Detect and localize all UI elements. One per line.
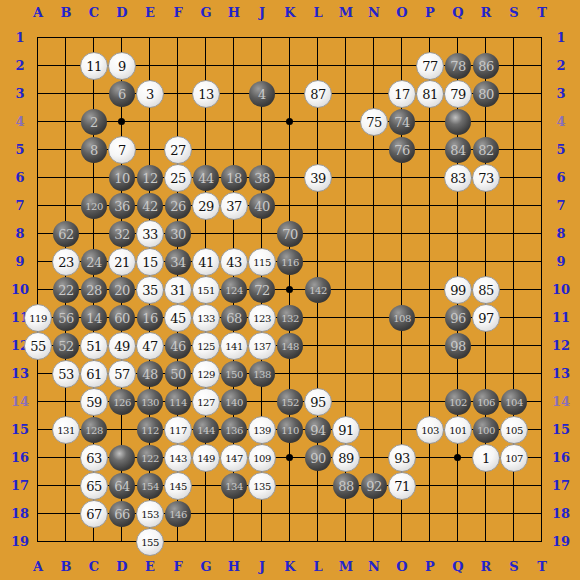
board-point-A13[interactable]: [24, 360, 52, 388]
board-point-E4[interactable]: [136, 108, 164, 136]
board-point-D18[interactable]: 66: [108, 500, 136, 528]
board-point-N11[interactable]: [360, 304, 388, 332]
board-point-J3[interactable]: 4: [248, 80, 276, 108]
board-point-O12[interactable]: [388, 332, 416, 360]
board-point-D9[interactable]: 21: [108, 248, 136, 276]
board-point-M9[interactable]: [332, 248, 360, 276]
board-point-T12[interactable]: [528, 332, 556, 360]
board-point-G10[interactable]: 151: [192, 276, 220, 304]
board-point-A17[interactable]: [24, 472, 52, 500]
board-point-L17[interactable]: [304, 472, 332, 500]
board-point-A15[interactable]: [24, 416, 52, 444]
board-point-P10[interactable]: [416, 276, 444, 304]
board-point-H14[interactable]: 140: [220, 388, 248, 416]
board-point-L8[interactable]: [304, 220, 332, 248]
board-point-R11[interactable]: 97: [472, 304, 500, 332]
board-point-L2[interactable]: [304, 52, 332, 80]
board-point-H16[interactable]: 147: [220, 444, 248, 472]
board-point-B19[interactable]: [52, 528, 80, 556]
board-point-J14[interactable]: [248, 388, 276, 416]
board-point-S5[interactable]: [500, 136, 528, 164]
board-point-D5[interactable]: 7: [108, 136, 136, 164]
board-point-T7[interactable]: [528, 192, 556, 220]
board-point-O2[interactable]: [388, 52, 416, 80]
board-point-S17[interactable]: [500, 472, 528, 500]
board-point-T1[interactable]: [528, 24, 556, 52]
board-point-E16[interactable]: 122: [136, 444, 164, 472]
board-point-D14[interactable]: 126: [108, 388, 136, 416]
board-point-H7[interactable]: 37: [220, 192, 248, 220]
board-point-J12[interactable]: 137: [248, 332, 276, 360]
board-point-N8[interactable]: [360, 220, 388, 248]
board-point-S1[interactable]: [500, 24, 528, 52]
board-point-J17[interactable]: 135: [248, 472, 276, 500]
board-point-O17[interactable]: 71: [388, 472, 416, 500]
board-point-K6[interactable]: [276, 164, 304, 192]
board-point-T18[interactable]: [528, 500, 556, 528]
board-point-N1[interactable]: [360, 24, 388, 52]
board-point-G2[interactable]: [192, 52, 220, 80]
board-point-F16[interactable]: 143: [164, 444, 192, 472]
board-point-S11[interactable]: [500, 304, 528, 332]
board-point-Q14[interactable]: 102: [444, 388, 472, 416]
board-point-M4[interactable]: [332, 108, 360, 136]
board-point-J2[interactable]: [248, 52, 276, 80]
board-point-G8[interactable]: [192, 220, 220, 248]
board-point-R6[interactable]: 73: [472, 164, 500, 192]
board-point-M14[interactable]: [332, 388, 360, 416]
board-point-G15[interactable]: 144: [192, 416, 220, 444]
board-point-J11[interactable]: 123: [248, 304, 276, 332]
board-point-K4[interactable]: [276, 108, 304, 136]
board-point-T9[interactable]: [528, 248, 556, 276]
board-point-N12[interactable]: [360, 332, 388, 360]
board-point-G6[interactable]: 44: [192, 164, 220, 192]
board-point-E6[interactable]: 12: [136, 164, 164, 192]
board-point-R18[interactable]: [472, 500, 500, 528]
board-point-B8[interactable]: 62: [52, 220, 80, 248]
board-point-O19[interactable]: [388, 528, 416, 556]
board-point-S10[interactable]: [500, 276, 528, 304]
board-point-S15[interactable]: 105: [500, 416, 528, 444]
board-point-D19[interactable]: [108, 528, 136, 556]
board-point-K7[interactable]: [276, 192, 304, 220]
board-point-Q1[interactable]: [444, 24, 472, 52]
board-point-G7[interactable]: 29: [192, 192, 220, 220]
board-point-D7[interactable]: 36: [108, 192, 136, 220]
board-point-L5[interactable]: [304, 136, 332, 164]
board-point-K18[interactable]: [276, 500, 304, 528]
board-point-L11[interactable]: [304, 304, 332, 332]
board-point-D2[interactable]: 9: [108, 52, 136, 80]
board-point-O7[interactable]: [388, 192, 416, 220]
board-point-K11[interactable]: 132: [276, 304, 304, 332]
board-point-E17[interactable]: 154: [136, 472, 164, 500]
board-point-L14[interactable]: 95: [304, 388, 332, 416]
board-point-J18[interactable]: [248, 500, 276, 528]
board-point-R4[interactable]: [472, 108, 500, 136]
board-point-H12[interactable]: 141: [220, 332, 248, 360]
board-point-P4[interactable]: [416, 108, 444, 136]
board-point-L9[interactable]: [304, 248, 332, 276]
board-point-C17[interactable]: 65: [80, 472, 108, 500]
board-point-O9[interactable]: [388, 248, 416, 276]
board-point-T3[interactable]: [528, 80, 556, 108]
board-point-L12[interactable]: [304, 332, 332, 360]
board-point-S18[interactable]: [500, 500, 528, 528]
board-point-T10[interactable]: [528, 276, 556, 304]
board-point-C19[interactable]: [80, 528, 108, 556]
board-point-P18[interactable]: [416, 500, 444, 528]
board-point-K2[interactable]: [276, 52, 304, 80]
board-point-H3[interactable]: [220, 80, 248, 108]
board-point-J10[interactable]: 72: [248, 276, 276, 304]
board-point-Q10[interactable]: 99: [444, 276, 472, 304]
board-point-J16[interactable]: 109: [248, 444, 276, 472]
board-point-N4[interactable]: 75: [360, 108, 388, 136]
board-point-T17[interactable]: [528, 472, 556, 500]
board-point-J9[interactable]: 115: [248, 248, 276, 276]
board-point-A2[interactable]: [24, 52, 52, 80]
board-point-K10[interactable]: [276, 276, 304, 304]
board-point-B16[interactable]: [52, 444, 80, 472]
board-point-B2[interactable]: [52, 52, 80, 80]
board-point-E12[interactable]: 47: [136, 332, 164, 360]
board-point-M2[interactable]: [332, 52, 360, 80]
board-point-Q4[interactable]: [444, 108, 472, 136]
board-point-M16[interactable]: 89: [332, 444, 360, 472]
board-point-T13[interactable]: [528, 360, 556, 388]
board-point-S16[interactable]: 107: [500, 444, 528, 472]
board-point-O10[interactable]: [388, 276, 416, 304]
board-point-E19[interactable]: 155: [136, 528, 164, 556]
board-point-H13[interactable]: 150: [220, 360, 248, 388]
board-point-N6[interactable]: [360, 164, 388, 192]
board-point-D16[interactable]: [108, 444, 136, 472]
board-point-R16[interactable]: 1: [472, 444, 500, 472]
board-point-R15[interactable]: 100: [472, 416, 500, 444]
board-point-T6[interactable]: [528, 164, 556, 192]
board-point-R3[interactable]: 80: [472, 80, 500, 108]
board-point-L1[interactable]: [304, 24, 332, 52]
board-point-F11[interactable]: 45: [164, 304, 192, 332]
board-point-H17[interactable]: 134: [220, 472, 248, 500]
board-point-D12[interactable]: 49: [108, 332, 136, 360]
board-point-L15[interactable]: 94: [304, 416, 332, 444]
board-point-R7[interactable]: [472, 192, 500, 220]
board-point-S7[interactable]: [500, 192, 528, 220]
board-point-N19[interactable]: [360, 528, 388, 556]
board-point-E14[interactable]: 130: [136, 388, 164, 416]
board-point-A9[interactable]: [24, 248, 52, 276]
board-point-K14[interactable]: 152: [276, 388, 304, 416]
board-point-Q2[interactable]: 78: [444, 52, 472, 80]
board-point-G9[interactable]: 41: [192, 248, 220, 276]
board-point-H5[interactable]: [220, 136, 248, 164]
board-point-C5[interactable]: 8: [80, 136, 108, 164]
board-point-E11[interactable]: 16: [136, 304, 164, 332]
board-point-R9[interactable]: [472, 248, 500, 276]
board-point-Q9[interactable]: [444, 248, 472, 276]
board-point-Q19[interactable]: [444, 528, 472, 556]
board-point-C11[interactable]: 14: [80, 304, 108, 332]
board-point-L4[interactable]: [304, 108, 332, 136]
board-point-Q17[interactable]: [444, 472, 472, 500]
board-point-J8[interactable]: [248, 220, 276, 248]
board-point-Q16[interactable]: [444, 444, 472, 472]
board-point-A12[interactable]: 55: [24, 332, 52, 360]
board-point-A19[interactable]: [24, 528, 52, 556]
board-point-D6[interactable]: 10: [108, 164, 136, 192]
board-point-M12[interactable]: [332, 332, 360, 360]
board-point-C4[interactable]: 2: [80, 108, 108, 136]
board-point-S19[interactable]: [500, 528, 528, 556]
board-point-D1[interactable]: [108, 24, 136, 52]
board-point-K9[interactable]: 116: [276, 248, 304, 276]
board-point-Q13[interactable]: [444, 360, 472, 388]
board-point-L18[interactable]: [304, 500, 332, 528]
board-point-C2[interactable]: 11: [80, 52, 108, 80]
board-point-K13[interactable]: [276, 360, 304, 388]
board-point-H4[interactable]: [220, 108, 248, 136]
board-point-M17[interactable]: 88: [332, 472, 360, 500]
board-point-M18[interactable]: [332, 500, 360, 528]
board-point-C9[interactable]: 24: [80, 248, 108, 276]
board-point-G5[interactable]: [192, 136, 220, 164]
board-point-K3[interactable]: [276, 80, 304, 108]
board-point-O6[interactable]: [388, 164, 416, 192]
board-point-S3[interactable]: [500, 80, 528, 108]
board-point-Q3[interactable]: 79: [444, 80, 472, 108]
board-point-J13[interactable]: 138: [248, 360, 276, 388]
board-point-E10[interactable]: 35: [136, 276, 164, 304]
board-point-N13[interactable]: [360, 360, 388, 388]
board-point-H6[interactable]: 18: [220, 164, 248, 192]
board-point-F8[interactable]: 30: [164, 220, 192, 248]
board-point-D10[interactable]: 20: [108, 276, 136, 304]
board-point-M7[interactable]: [332, 192, 360, 220]
board-point-A11[interactable]: 119: [24, 304, 52, 332]
board-point-T8[interactable]: [528, 220, 556, 248]
board-point-A4[interactable]: [24, 108, 52, 136]
board-point-K15[interactable]: 110: [276, 416, 304, 444]
board-point-N14[interactable]: [360, 388, 388, 416]
board-point-A5[interactable]: [24, 136, 52, 164]
board-point-B18[interactable]: [52, 500, 80, 528]
board-point-S9[interactable]: [500, 248, 528, 276]
board-point-L13[interactable]: [304, 360, 332, 388]
board-point-N15[interactable]: [360, 416, 388, 444]
board-point-K8[interactable]: 70: [276, 220, 304, 248]
board-point-T16[interactable]: [528, 444, 556, 472]
board-point-O14[interactable]: [388, 388, 416, 416]
board-point-B3[interactable]: [52, 80, 80, 108]
board-point-H10[interactable]: 124: [220, 276, 248, 304]
board-point-P17[interactable]: [416, 472, 444, 500]
board-point-B17[interactable]: [52, 472, 80, 500]
board-point-S12[interactable]: [500, 332, 528, 360]
board-point-F6[interactable]: 25: [164, 164, 192, 192]
board-point-O16[interactable]: 93: [388, 444, 416, 472]
board-point-A16[interactable]: [24, 444, 52, 472]
board-point-C13[interactable]: 61: [80, 360, 108, 388]
board-point-M1[interactable]: [332, 24, 360, 52]
board-point-M6[interactable]: [332, 164, 360, 192]
board-point-A8[interactable]: [24, 220, 52, 248]
board-point-J15[interactable]: 139: [248, 416, 276, 444]
board-point-S13[interactable]: [500, 360, 528, 388]
board-point-R19[interactable]: [472, 528, 500, 556]
board-point-C6[interactable]: [80, 164, 108, 192]
board-point-P12[interactable]: [416, 332, 444, 360]
board-point-H8[interactable]: [220, 220, 248, 248]
board-point-C18[interactable]: 67: [80, 500, 108, 528]
board-point-J4[interactable]: [248, 108, 276, 136]
board-point-P2[interactable]: 77: [416, 52, 444, 80]
board-point-C15[interactable]: 128: [80, 416, 108, 444]
board-point-P5[interactable]: [416, 136, 444, 164]
board-point-E7[interactable]: 42: [136, 192, 164, 220]
board-point-B9[interactable]: 23: [52, 248, 80, 276]
board-point-F17[interactable]: 145: [164, 472, 192, 500]
board-point-N7[interactable]: [360, 192, 388, 220]
board-point-G18[interactable]: [192, 500, 220, 528]
board-point-M15[interactable]: 91: [332, 416, 360, 444]
board-point-B14[interactable]: [52, 388, 80, 416]
board-point-F5[interactable]: 27: [164, 136, 192, 164]
board-point-G3[interactable]: 13: [192, 80, 220, 108]
board-point-C3[interactable]: [80, 80, 108, 108]
board-point-J5[interactable]: [248, 136, 276, 164]
board-point-O15[interactable]: [388, 416, 416, 444]
board-point-D11[interactable]: 60: [108, 304, 136, 332]
board-point-H19[interactable]: [220, 528, 248, 556]
board-point-R14[interactable]: 106: [472, 388, 500, 416]
board-point-T19[interactable]: [528, 528, 556, 556]
board-point-F10[interactable]: 31: [164, 276, 192, 304]
board-point-H18[interactable]: [220, 500, 248, 528]
board-point-D15[interactable]: [108, 416, 136, 444]
board-point-G17[interactable]: [192, 472, 220, 500]
board-point-L3[interactable]: 87: [304, 80, 332, 108]
board-point-F13[interactable]: 50: [164, 360, 192, 388]
board-point-D8[interactable]: 32: [108, 220, 136, 248]
board-point-H2[interactable]: [220, 52, 248, 80]
board-point-C16[interactable]: 63: [80, 444, 108, 472]
board-point-O11[interactable]: 108: [388, 304, 416, 332]
board-point-J6[interactable]: 38: [248, 164, 276, 192]
board-point-L16[interactable]: 90: [304, 444, 332, 472]
board-point-G12[interactable]: 125: [192, 332, 220, 360]
board-point-K17[interactable]: [276, 472, 304, 500]
board-point-T15[interactable]: [528, 416, 556, 444]
board-point-T4[interactable]: [528, 108, 556, 136]
board-point-T5[interactable]: [528, 136, 556, 164]
board-point-K5[interactable]: [276, 136, 304, 164]
board-point-Q5[interactable]: 84: [444, 136, 472, 164]
board-point-F7[interactable]: 26: [164, 192, 192, 220]
board-point-F12[interactable]: 46: [164, 332, 192, 360]
board-point-P3[interactable]: 81: [416, 80, 444, 108]
board-point-P13[interactable]: [416, 360, 444, 388]
board-point-P15[interactable]: 103: [416, 416, 444, 444]
board-point-C7[interactable]: 120: [80, 192, 108, 220]
board-point-B11[interactable]: 56: [52, 304, 80, 332]
board-point-J19[interactable]: [248, 528, 276, 556]
board-point-N18[interactable]: [360, 500, 388, 528]
board-point-T2[interactable]: [528, 52, 556, 80]
board-point-N16[interactable]: [360, 444, 388, 472]
board-point-P7[interactable]: [416, 192, 444, 220]
board-point-E18[interactable]: 153: [136, 500, 164, 528]
board-point-F2[interactable]: [164, 52, 192, 80]
board-point-R2[interactable]: 86: [472, 52, 500, 80]
board-point-R10[interactable]: 85: [472, 276, 500, 304]
board-point-K16[interactable]: [276, 444, 304, 472]
board-point-B15[interactable]: 131: [52, 416, 80, 444]
board-point-T11[interactable]: [528, 304, 556, 332]
board-point-N5[interactable]: [360, 136, 388, 164]
board-point-J7[interactable]: 40: [248, 192, 276, 220]
board-point-G4[interactable]: [192, 108, 220, 136]
board-point-B6[interactable]: [52, 164, 80, 192]
board-point-O5[interactable]: 76: [388, 136, 416, 164]
board-point-R5[interactable]: 82: [472, 136, 500, 164]
board-point-P16[interactable]: [416, 444, 444, 472]
board-point-E1[interactable]: [136, 24, 164, 52]
board-point-F18[interactable]: 146: [164, 500, 192, 528]
board-point-E8[interactable]: 33: [136, 220, 164, 248]
board-point-G11[interactable]: 133: [192, 304, 220, 332]
board-point-R13[interactable]: [472, 360, 500, 388]
board-point-L10[interactable]: 142: [304, 276, 332, 304]
board-point-B1[interactable]: [52, 24, 80, 52]
board-point-K1[interactable]: [276, 24, 304, 52]
board-point-C8[interactable]: [80, 220, 108, 248]
board-point-Q7[interactable]: [444, 192, 472, 220]
board-point-C14[interactable]: 59: [80, 388, 108, 416]
board-point-P9[interactable]: [416, 248, 444, 276]
board-point-O13[interactable]: [388, 360, 416, 388]
board-point-C12[interactable]: 51: [80, 332, 108, 360]
board-point-E5[interactable]: [136, 136, 164, 164]
board-point-S8[interactable]: [500, 220, 528, 248]
board-point-E3[interactable]: 3: [136, 80, 164, 108]
board-point-G13[interactable]: 129: [192, 360, 220, 388]
board-point-D4[interactable]: [108, 108, 136, 136]
board-point-R8[interactable]: [472, 220, 500, 248]
board-point-L7[interactable]: [304, 192, 332, 220]
board-point-K12[interactable]: 148: [276, 332, 304, 360]
board-point-D3[interactable]: 6: [108, 80, 136, 108]
board-point-D13[interactable]: 57: [108, 360, 136, 388]
board-point-C1[interactable]: [80, 24, 108, 52]
board-point-B7[interactable]: [52, 192, 80, 220]
board-point-O1[interactable]: [388, 24, 416, 52]
board-point-Q6[interactable]: 83: [444, 164, 472, 192]
board-point-B5[interactable]: [52, 136, 80, 164]
board-point-G14[interactable]: 127: [192, 388, 220, 416]
board-point-H15[interactable]: 136: [220, 416, 248, 444]
board-point-F14[interactable]: 114: [164, 388, 192, 416]
board-point-L6[interactable]: 39: [304, 164, 332, 192]
board-point-Q12[interactable]: 98: [444, 332, 472, 360]
board-point-S4[interactable]: [500, 108, 528, 136]
board-point-F19[interactable]: [164, 528, 192, 556]
board-point-F4[interactable]: [164, 108, 192, 136]
board-point-F15[interactable]: 117: [164, 416, 192, 444]
board-point-Q15[interactable]: 101: [444, 416, 472, 444]
